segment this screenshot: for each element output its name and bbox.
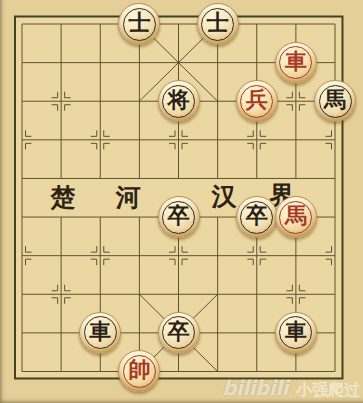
piece-glyph: 兵 (246, 89, 268, 111)
piece-glyph: 車 (285, 321, 307, 343)
piece-red-chariot[interactable]: 車 (275, 42, 317, 84)
piece-black-soldier[interactable]: 卒 (158, 196, 200, 238)
piece-glyph: 馬 (285, 205, 307, 227)
piece-black-general[interactable]: 将 (158, 80, 200, 122)
piece-red-horse[interactable]: 馬 (275, 196, 317, 238)
piece-glyph: 卒 (168, 321, 190, 343)
xiangqi-app: 楚 河 汉 界 士士車将兵馬卒卒馬車卒車帥 bilibili 小强爬过 (0, 0, 363, 403)
piece-glyph: 卒 (168, 205, 190, 227)
piece-glyph: 馬 (324, 89, 346, 111)
piece-glyph: 車 (285, 51, 307, 73)
piece-black-soldier[interactable]: 卒 (158, 312, 200, 354)
piece-black-advisor[interactable]: 士 (197, 3, 239, 45)
xiangqi-board: 士士車将兵馬卒卒馬車卒車帥 (2, 5, 354, 391)
piece-glyph: 士 (207, 12, 229, 34)
piece-black-chariot[interactable]: 車 (79, 312, 121, 354)
piece-glyph: 帥 (128, 359, 150, 381)
piece-red-soldier[interactable]: 兵 (236, 80, 278, 122)
piece-red-general[interactable]: 帥 (118, 350, 160, 392)
piece-black-horse[interactable]: 馬 (314, 80, 356, 122)
piece-glyph: 卒 (246, 205, 268, 227)
piece-black-advisor[interactable]: 士 (118, 3, 160, 45)
piece-glyph: 将 (168, 89, 190, 111)
piece-glyph: 車 (89, 321, 111, 343)
piece-glyph: 士 (128, 12, 150, 34)
piece-black-soldier[interactable]: 卒 (236, 196, 278, 238)
piece-black-chariot[interactable]: 車 (275, 312, 317, 354)
